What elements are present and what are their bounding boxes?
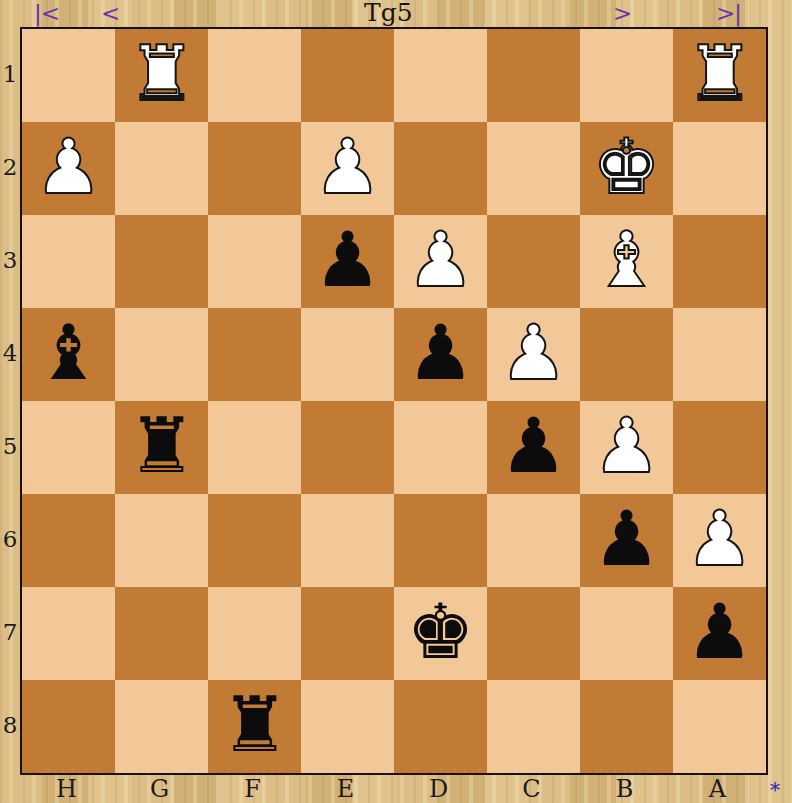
square-h2[interactable]: ♟	[22, 122, 115, 215]
square-f6[interactable]	[208, 494, 301, 587]
square-e1[interactable]	[301, 29, 394, 122]
file-label-f: F	[206, 775, 299, 803]
square-h3[interactable]	[22, 215, 115, 308]
current-move-label: Tg5	[364, 0, 413, 26]
square-h1[interactable]	[22, 29, 115, 122]
black-rook-g5: ♜	[127, 408, 195, 484]
square-e7[interactable]	[301, 587, 394, 680]
square-c1[interactable]	[487, 29, 580, 122]
square-d6[interactable]	[394, 494, 487, 587]
black-pawn-b6: ♟	[592, 501, 660, 577]
white-pawn-h2: ♟	[34, 129, 102, 205]
rank-label-7: 7	[0, 585, 20, 678]
square-d3[interactable]: ♟	[394, 215, 487, 308]
last-move-button[interactable]: >|	[716, 1, 741, 26]
rank-label-6: 6	[0, 492, 20, 585]
square-h5[interactable]	[22, 401, 115, 494]
square-b2[interactable]: ♚	[580, 122, 673, 215]
square-g8[interactable]	[115, 680, 208, 773]
square-h6[interactable]	[22, 494, 115, 587]
file-labels: HGFEDCBA	[20, 775, 768, 803]
square-c5[interactable]: ♟	[487, 401, 580, 494]
square-c8[interactable]	[487, 680, 580, 773]
white-king-b2: ♚	[592, 129, 660, 205]
square-g2[interactable]	[115, 122, 208, 215]
square-e3[interactable]: ♟	[301, 215, 394, 308]
prev-move-button[interactable]: <	[101, 1, 119, 26]
square-b3[interactable]: ♝	[580, 215, 673, 308]
square-c7[interactable]	[487, 587, 580, 680]
square-g1[interactable]: ♜	[115, 29, 208, 122]
chess-board: ♜♜♟♟♚♟♟♝♝♟♟♜♟♟♟♟♚♟♜	[20, 27, 768, 775]
square-a4[interactable]	[673, 308, 766, 401]
next-move-button[interactable]: >	[613, 1, 631, 26]
square-e8[interactable]	[301, 680, 394, 773]
square-b6[interactable]: ♟	[580, 494, 673, 587]
square-g3[interactable]	[115, 215, 208, 308]
white-rook-a1: ♜	[685, 36, 753, 112]
file-label-c: C	[485, 775, 578, 803]
rank-labels: 12345678	[0, 27, 20, 775]
square-b7[interactable]	[580, 587, 673, 680]
file-label-g: G	[113, 775, 206, 803]
first-move-button[interactable]: |<	[34, 1, 59, 26]
white-rook-g1: ♜	[127, 36, 195, 112]
square-d8[interactable]	[394, 680, 487, 773]
square-b5[interactable]: ♟	[580, 401, 673, 494]
rank-label-4: 4	[0, 306, 20, 399]
square-a1[interactable]: ♜	[673, 29, 766, 122]
square-e6[interactable]	[301, 494, 394, 587]
square-d4[interactable]: ♟	[394, 308, 487, 401]
square-f2[interactable]	[208, 122, 301, 215]
square-g6[interactable]	[115, 494, 208, 587]
square-e5[interactable]	[301, 401, 394, 494]
square-a7[interactable]: ♟	[673, 587, 766, 680]
square-c3[interactable]	[487, 215, 580, 308]
rank-label-8: 8	[0, 678, 20, 771]
file-label-b: B	[578, 775, 671, 803]
file-label-e: E	[299, 775, 392, 803]
square-d1[interactable]	[394, 29, 487, 122]
square-e2[interactable]: ♟	[301, 122, 394, 215]
rank-label-5: 5	[0, 399, 20, 492]
square-f4[interactable]	[208, 308, 301, 401]
square-g4[interactable]	[115, 308, 208, 401]
square-b4[interactable]	[580, 308, 673, 401]
square-a5[interactable]	[673, 401, 766, 494]
square-c6[interactable]	[487, 494, 580, 587]
black-pawn-c5: ♟	[499, 408, 567, 484]
square-g5[interactable]: ♜	[115, 401, 208, 494]
square-c4[interactable]: ♟	[487, 308, 580, 401]
rank-label-2: 2	[0, 120, 20, 213]
black-bishop-h4: ♝	[34, 315, 102, 391]
square-a2[interactable]	[673, 122, 766, 215]
square-b8[interactable]	[580, 680, 673, 773]
file-label-h: H	[20, 775, 113, 803]
white-pawn-b5: ♟	[592, 408, 660, 484]
square-f7[interactable]	[208, 587, 301, 680]
square-d7[interactable]: ♚	[394, 587, 487, 680]
square-d5[interactable]	[394, 401, 487, 494]
game-result-marker: *	[770, 778, 780, 802]
square-e4[interactable]	[301, 308, 394, 401]
white-pawn-c4: ♟	[499, 315, 567, 391]
white-pawn-d3: ♟	[406, 222, 474, 298]
black-king-d7: ♚	[406, 594, 474, 670]
rank-label-3: 3	[0, 213, 20, 306]
square-h4[interactable]: ♝	[22, 308, 115, 401]
square-a3[interactable]	[673, 215, 766, 308]
square-b1[interactable]	[580, 29, 673, 122]
rank-label-1: 1	[0, 27, 20, 120]
black-rook-f8: ♜	[220, 687, 288, 763]
square-a6[interactable]: ♟	[673, 494, 766, 587]
file-label-d: D	[392, 775, 485, 803]
square-g7[interactable]	[115, 587, 208, 680]
white-bishop-b3: ♝	[592, 222, 660, 298]
square-h8[interactable]	[22, 680, 115, 773]
black-pawn-a7: ♟	[685, 594, 753, 670]
square-f1[interactable]	[208, 29, 301, 122]
white-pawn-a6: ♟	[685, 501, 753, 577]
black-pawn-e3: ♟	[313, 222, 381, 298]
white-pawn-e2: ♟	[313, 129, 381, 205]
square-f3[interactable]	[208, 215, 301, 308]
square-c2[interactable]	[487, 122, 580, 215]
square-f5[interactable]	[208, 401, 301, 494]
square-f8[interactable]: ♜	[208, 680, 301, 773]
square-h7[interactable]	[22, 587, 115, 680]
black-pawn-d4: ♟	[406, 315, 474, 391]
file-label-a: A	[671, 775, 764, 803]
square-a8[interactable]	[673, 680, 766, 773]
square-d2[interactable]	[394, 122, 487, 215]
